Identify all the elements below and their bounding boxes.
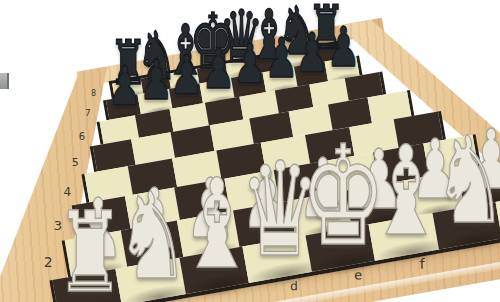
- piece-black-pawn-g7[interactable]: ♟: [295, 27, 329, 82]
- piece-black-pawn-h7[interactable]: ♟: [327, 22, 361, 77]
- rank-label-7: 7: [85, 108, 91, 118]
- chess-set-photo: ♜♞♝♚♛♝♞♜♟♟♟♟♟♟♟♟♟♟♟♟♟♟♟♟♜♞♝♛♚♝♞♜8765432d…: [0, 0, 500, 302]
- piece-black-pawn-d7[interactable]: ♟: [202, 44, 236, 99]
- rank-label-6: 6: [79, 131, 85, 142]
- square-c1[interactable]: ♝: [179, 247, 249, 295]
- rank-label-3: 3: [54, 217, 62, 232]
- square-g1[interactable]: ♞: [432, 202, 500, 250]
- piece-black-pawn-c7[interactable]: ♟: [170, 49, 204, 104]
- piece-black-pawn-f7[interactable]: ♟: [264, 33, 298, 88]
- square-e1[interactable]: ♚: [305, 224, 375, 272]
- piece-white-knight-g1[interactable]: ♞: [433, 122, 500, 242]
- file-label-e: e: [353, 267, 361, 282]
- rank-label-4: 4: [63, 185, 71, 199]
- rank-label-5: 5: [71, 156, 78, 169]
- square-a1[interactable]: ♜: [52, 269, 122, 302]
- piece-white-rook-a1[interactable]: ♜: [56, 198, 125, 302]
- piece-black-pawn-e7[interactable]: ♟: [233, 38, 267, 93]
- square-f1[interactable]: ♝: [369, 213, 439, 261]
- piece-black-pawn-b7[interactable]: ♟: [139, 55, 173, 110]
- file-label-f: f: [419, 256, 424, 272]
- square-b1[interactable]: ♞: [116, 258, 186, 302]
- board-hinge-clasp: [0, 73, 9, 89]
- file-label-d: d: [290, 279, 298, 293]
- piece-black-pawn-a7[interactable]: ♟: [108, 60, 142, 115]
- rank-label-2: 2: [43, 254, 52, 270]
- rank-label-8: 8: [91, 89, 96, 98]
